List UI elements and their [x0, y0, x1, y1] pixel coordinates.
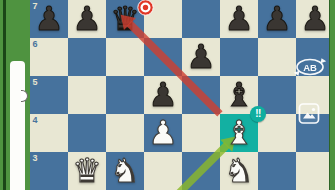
side-panel-handle[interactable] [21, 90, 28, 102]
rank-label-4: 4 [33, 115, 38, 125]
left-green-strip [0, 0, 30, 190]
brilliant-move-badge: !! [250, 106, 266, 122]
square-f6[interactable] [220, 38, 258, 76]
square-e4[interactable] [182, 114, 220, 152]
square-c6[interactable] [106, 38, 144, 76]
piece-white-queen-b3[interactable]: ♛ [68, 152, 106, 190]
square-d3[interactable] [144, 152, 182, 190]
square-g6[interactable] [258, 38, 296, 76]
square-c5[interactable] [106, 76, 144, 114]
side-panel [10, 61, 25, 190]
piece-black-pawn-g7[interactable]: ♟ [258, 0, 296, 38]
ab-repeat-label: AB [303, 62, 317, 73]
square-d6[interactable] [144, 38, 182, 76]
image-snapshot-icon[interactable] [295, 100, 323, 128]
piece-black-pawn-b7[interactable]: ♟ [68, 0, 106, 38]
square-b6[interactable] [68, 38, 106, 76]
square-a5[interactable]: 5 [30, 76, 68, 114]
ab-repeat-icon[interactable]: AB [292, 56, 328, 78]
rank-label-3: 3 [33, 153, 38, 163]
square-b4[interactable] [68, 114, 106, 152]
piece-black-pawn-a7[interactable]: ♟ [30, 0, 68, 38]
square-e5[interactable] [182, 76, 220, 114]
screenshot-root: 76543 ♟♟♛♟♟♟♟♟♝♟♝♛♞♞ !! AB [0, 0, 335, 190]
target-miss-icon [137, 0, 154, 16]
left-strip-divider [3, 0, 6, 190]
piece-white-knight-f3[interactable]: ♞ [220, 152, 258, 190]
square-b5[interactable] [68, 76, 106, 114]
piece-black-pawn-e6[interactable]: ♟ [182, 38, 220, 76]
piece-black-pawn-d5[interactable]: ♟ [144, 76, 182, 114]
piece-white-pawn-d4[interactable]: ♟ [144, 114, 182, 152]
right-green-strip [329, 0, 335, 190]
square-g3[interactable] [258, 152, 296, 190]
square-e7[interactable] [182, 0, 220, 38]
square-g4[interactable] [258, 114, 296, 152]
rank-label-5: 5 [33, 77, 38, 87]
square-a3[interactable]: 3 [30, 152, 68, 190]
square-a4[interactable]: 4 [30, 114, 68, 152]
rank-label-6: 6 [33, 39, 38, 49]
square-e3[interactable] [182, 152, 220, 190]
square-a6[interactable]: 6 [30, 38, 68, 76]
square-c4[interactable] [106, 114, 144, 152]
piece-white-knight-c3[interactable]: ♞ [106, 152, 144, 190]
piece-black-pawn-f7[interactable]: ♟ [220, 0, 258, 38]
